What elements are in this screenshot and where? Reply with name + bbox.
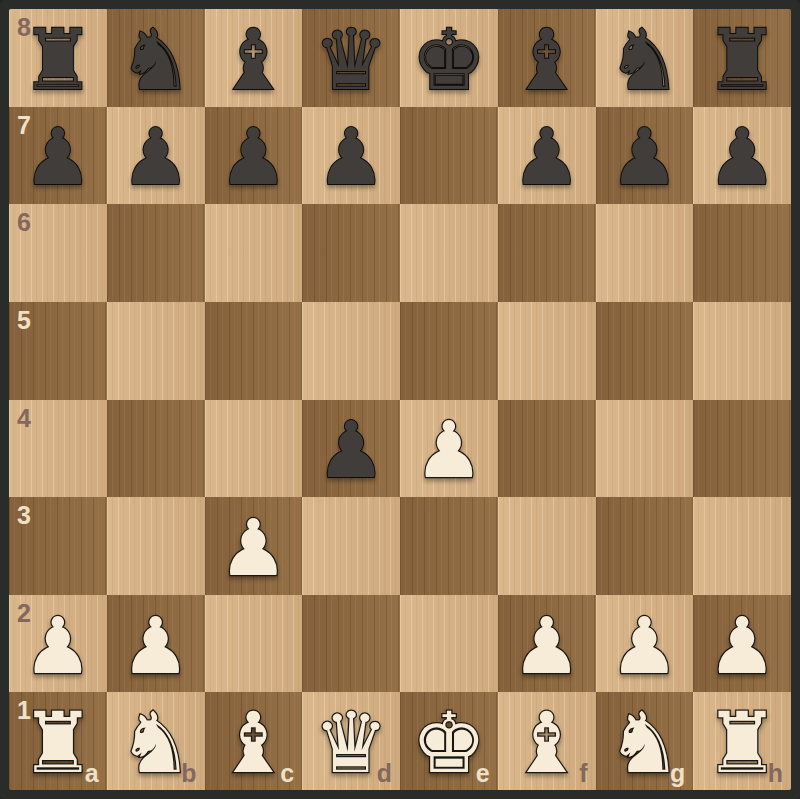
square-b5[interactable]	[107, 302, 205, 400]
piece-black-king-e8[interactable]: ♚	[411, 18, 486, 102]
square-h2[interactable]: ♟	[693, 595, 791, 693]
square-c6[interactable]	[205, 204, 303, 302]
piece-black-rook-h8[interactable]: ♜	[704, 18, 779, 102]
square-h8[interactable]: ♜	[693, 9, 791, 107]
piece-white-pawn-h2[interactable]: ♟	[707, 607, 777, 685]
square-f1[interactable]: ♝f	[498, 692, 596, 790]
square-d3[interactable]	[302, 497, 400, 595]
square-c1[interactable]: ♝c	[205, 692, 303, 790]
file-label-g: g	[670, 759, 685, 788]
rank-label-1: 1	[17, 696, 31, 725]
square-b2[interactable]: ♟	[107, 595, 205, 693]
square-f8[interactable]: ♝	[498, 9, 596, 107]
square-b4[interactable]	[107, 400, 205, 498]
square-g2[interactable]: ♟	[596, 595, 694, 693]
piece-black-pawn-c7[interactable]: ♟	[218, 118, 288, 196]
piece-white-bishop-f1[interactable]: ♝	[509, 701, 584, 785]
square-d4[interactable]: ♟	[302, 400, 400, 498]
square-g1[interactable]: ♞g	[596, 692, 694, 790]
square-d5[interactable]	[302, 302, 400, 400]
piece-white-pawn-a2[interactable]: ♟	[23, 607, 93, 685]
file-label-a: a	[85, 759, 99, 788]
square-g7[interactable]: ♟	[596, 107, 694, 205]
rank-label-2: 2	[17, 599, 31, 628]
square-f2[interactable]: ♟	[498, 595, 596, 693]
square-e4[interactable]: ♟	[400, 400, 498, 498]
square-e6[interactable]	[400, 204, 498, 302]
square-a1[interactable]: ♜1a	[9, 692, 107, 790]
square-b6[interactable]	[107, 204, 205, 302]
square-c2[interactable]	[205, 595, 303, 693]
square-g5[interactable]	[596, 302, 694, 400]
square-d1[interactable]: ♛d	[302, 692, 400, 790]
piece-black-pawn-d7[interactable]: ♟	[316, 118, 386, 196]
square-e3[interactable]	[400, 497, 498, 595]
file-label-h: h	[768, 759, 783, 788]
square-a6[interactable]: 6	[9, 204, 107, 302]
piece-black-pawn-d4[interactable]: ♟	[316, 411, 386, 489]
square-g6[interactable]	[596, 204, 694, 302]
square-e8[interactable]: ♚	[400, 9, 498, 107]
square-h3[interactable]	[693, 497, 791, 595]
rank-label-4: 4	[17, 404, 31, 433]
square-h5[interactable]	[693, 302, 791, 400]
square-f5[interactable]	[498, 302, 596, 400]
piece-white-pawn-f2[interactable]: ♟	[512, 607, 582, 685]
piece-black-knight-g8[interactable]: ♞	[607, 18, 682, 102]
square-c8[interactable]: ♝	[205, 9, 303, 107]
square-a3[interactable]: 3	[9, 497, 107, 595]
piece-black-queen-d8[interactable]: ♛	[313, 18, 388, 102]
square-g3[interactable]	[596, 497, 694, 595]
square-d8[interactable]: ♛	[302, 9, 400, 107]
square-b8[interactable]: ♞	[107, 9, 205, 107]
piece-black-pawn-a7[interactable]: ♟	[23, 118, 93, 196]
square-f6[interactable]	[498, 204, 596, 302]
piece-black-pawn-b7[interactable]: ♟	[121, 118, 191, 196]
square-g8[interactable]: ♞	[596, 9, 694, 107]
file-label-b: b	[181, 759, 196, 788]
square-b3[interactable]	[107, 497, 205, 595]
piece-black-pawn-h7[interactable]: ♟	[707, 118, 777, 196]
square-c7[interactable]: ♟	[205, 107, 303, 205]
piece-white-pawn-e4[interactable]: ♟	[414, 411, 484, 489]
square-a8[interactable]: ♜8	[9, 9, 107, 107]
square-d6[interactable]	[302, 204, 400, 302]
rank-label-3: 3	[17, 501, 31, 530]
file-label-f: f	[579, 759, 587, 788]
chess-board-frame: ♜8♞♝♛♚♝♞♜♟7♟♟♟♟♟♟654♟♟3♟♟2♟♟♟♟♜1a♞b♝c♛d♚…	[0, 0, 800, 799]
file-label-c: c	[280, 759, 294, 788]
square-h4[interactable]	[693, 400, 791, 498]
rank-label-8: 8	[17, 13, 31, 42]
rank-label-7: 7	[17, 111, 31, 140]
rank-label-6: 6	[17, 208, 31, 237]
square-f3[interactable]	[498, 497, 596, 595]
square-h6[interactable]	[693, 204, 791, 302]
piece-black-bishop-c8[interactable]: ♝	[216, 18, 291, 102]
square-c4[interactable]	[205, 400, 303, 498]
file-label-d: d	[377, 759, 392, 788]
piece-white-pawn-g2[interactable]: ♟	[609, 607, 679, 685]
square-a4[interactable]: 4	[9, 400, 107, 498]
square-e5[interactable]	[400, 302, 498, 400]
square-f4[interactable]	[498, 400, 596, 498]
piece-white-pawn-b2[interactable]: ♟	[121, 607, 191, 685]
square-f7[interactable]: ♟	[498, 107, 596, 205]
square-a5[interactable]: 5	[9, 302, 107, 400]
square-h7[interactable]: ♟	[693, 107, 791, 205]
piece-black-pawn-g7[interactable]: ♟	[609, 118, 679, 196]
piece-white-pawn-c3[interactable]: ♟	[218, 509, 288, 587]
piece-black-rook-a8[interactable]: ♜	[20, 18, 95, 102]
board-grid: ♜8♞♝♛♚♝♞♜♟7♟♟♟♟♟♟654♟♟3♟♟2♟♟♟♟♜1a♞b♝c♛d♚…	[9, 9, 791, 790]
square-a2[interactable]: ♟2	[9, 595, 107, 693]
square-e1[interactable]: ♚e	[400, 692, 498, 790]
square-h1[interactable]: ♜h	[693, 692, 791, 790]
square-b7[interactable]: ♟	[107, 107, 205, 205]
square-e7[interactable]	[400, 107, 498, 205]
piece-black-knight-b8[interactable]: ♞	[118, 18, 193, 102]
piece-black-pawn-f7[interactable]: ♟	[512, 118, 582, 196]
square-a7[interactable]: ♟7	[9, 107, 107, 205]
square-e2[interactable]	[400, 595, 498, 693]
square-c3[interactable]: ♟	[205, 497, 303, 595]
square-b1[interactable]: ♞b	[107, 692, 205, 790]
square-d7[interactable]: ♟	[302, 107, 400, 205]
square-c5[interactable]	[205, 302, 303, 400]
piece-black-bishop-f8[interactable]: ♝	[509, 18, 584, 102]
square-g4[interactable]	[596, 400, 694, 498]
rank-label-5: 5	[17, 306, 31, 335]
file-label-e: e	[476, 759, 490, 788]
square-d2[interactable]	[302, 595, 400, 693]
